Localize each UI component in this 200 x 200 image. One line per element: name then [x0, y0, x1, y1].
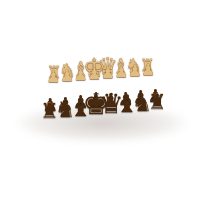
square-a5 — [145, 87, 161, 94]
square-g5 — [59, 94, 74, 101]
square-a4 — [143, 82, 158, 88]
square-f4 — [74, 87, 88, 94]
square-b6 — [132, 94, 148, 101]
square-h1 — [47, 74, 61, 80]
square-f5 — [73, 93, 88, 100]
square-h4 — [45, 90, 60, 97]
square-h3 — [45, 84, 60, 90]
square-a1 — [140, 67, 154, 73]
piece-white-knight: ♞ — [59, 61, 76, 80]
square-d6 — [103, 96, 118, 103]
square-b5 — [131, 88, 146, 95]
square-b1 — [127, 68, 141, 74]
square-b3 — [129, 78, 144, 84]
chessboard-photo: ♜♞♝♛♚♝♞♜♟♟♟♟♟♟♟♟♟♟♟♟♟♟♟♟♜♞♝♛♚♝♞♜ — [0, 0, 200, 200]
square-a6 — [146, 93, 162, 100]
square-g1 — [60, 73, 74, 79]
piece-white-pawn: ♟ — [46, 70, 60, 86]
square-h5 — [44, 95, 59, 102]
square-a3 — [142, 77, 157, 83]
board-drop-shadow — [18, 104, 186, 142]
square-e4 — [88, 86, 102, 93]
square-g2 — [60, 78, 74, 84]
square-c2 — [114, 74, 128, 80]
square-e1 — [87, 71, 101, 77]
pieces-layer: ♜♞♝♛♚♝♞♜♟♟♟♟♟♟♟♟♟♟♟♟♟♟♟♟♜♞♝♛♚♝♞♜ — [0, 0, 200, 200]
piece-white-rook: ♜ — [46, 64, 61, 81]
square-b4 — [130, 83, 145, 89]
piece-white-bishop: ♝ — [112, 57, 130, 77]
piece-white-pawn: ♟ — [115, 65, 129, 81]
piece-white-pawn: ♟ — [74, 68, 88, 84]
square-g3 — [60, 83, 74, 89]
piece-white-pawn: ♟ — [60, 69, 74, 85]
piece-white-knight: ♞ — [125, 56, 142, 75]
piece-white-pawn: ♟ — [128, 64, 142, 80]
square-a2 — [141, 72, 156, 78]
piece-white-pawn: ♟ — [101, 66, 115, 82]
square-f3 — [74, 82, 88, 88]
square-d4 — [102, 85, 117, 92]
square-c3 — [115, 79, 130, 85]
square-d3 — [101, 80, 115, 86]
square-c4 — [116, 84, 131, 90]
square-d1 — [101, 70, 115, 76]
square-d5 — [102, 91, 117, 98]
square-f1 — [74, 72, 88, 78]
piece-white-rook: ♜ — [139, 57, 154, 74]
piece-white-pawn: ♟ — [141, 63, 155, 79]
piece-white-king: ♚ — [83, 55, 105, 80]
square-c5 — [116, 90, 131, 97]
square-f2 — [74, 77, 88, 83]
square-e5 — [88, 92, 103, 99]
square-e2 — [88, 76, 102, 82]
piece-white-pawn: ♟ — [87, 67, 101, 83]
square-c6 — [117, 95, 133, 102]
square-e3 — [88, 81, 102, 87]
square-g4 — [59, 89, 74, 96]
square-d2 — [101, 75, 115, 81]
square-c1 — [114, 69, 128, 75]
square-h2 — [46, 79, 60, 85]
piece-white-bishop: ♝ — [72, 60, 90, 80]
square-b2 — [128, 73, 142, 79]
piece-white-queen: ♛ — [97, 55, 118, 78]
